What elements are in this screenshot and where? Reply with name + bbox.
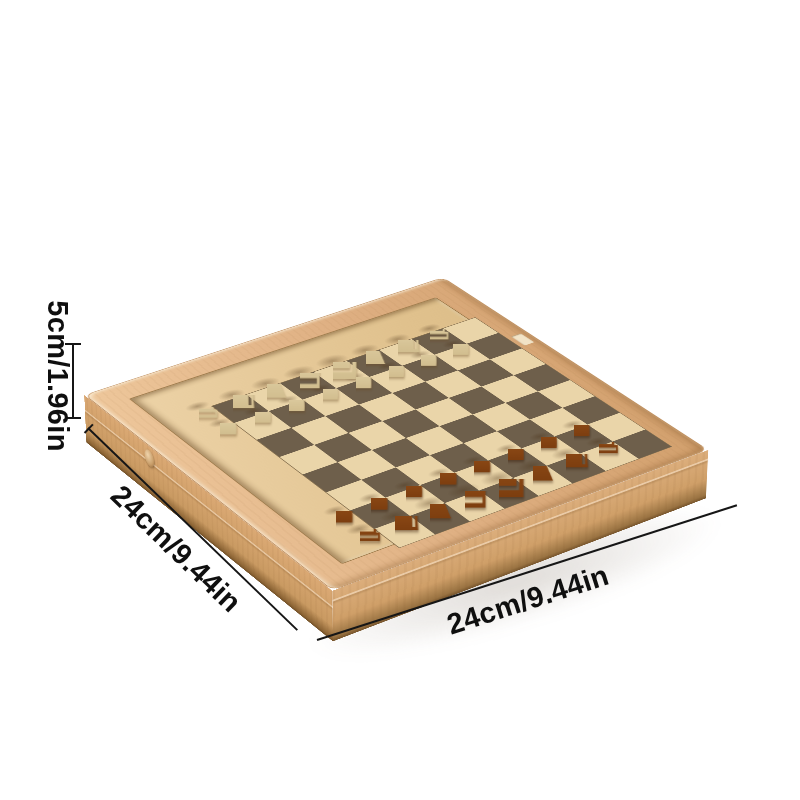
drawer-knob [144,447,154,470]
piece-glyph: ♜ [288,448,432,560]
height-dimension-label: 5cm/1.96in [41,300,74,451]
product-photo: ♜♞♝♛♚♝♞♜♟♟♟♟♟♟♟♟♟♟♟♟♟♟♟♟♜♞♝♛♚♝♞♜ 5cm/1.9… [0,0,800,800]
scene-3d: ♜♞♝♛♚♝♞♜♟♟♟♟♟♟♟♟♟♟♟♟♟♟♟♟♜♞♝♛♚♝♞♜ [0,0,800,800]
